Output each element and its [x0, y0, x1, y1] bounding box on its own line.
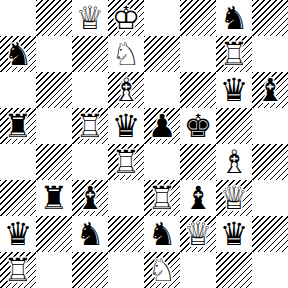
square-a4[interactable] — [0, 144, 36, 180]
square-d6[interactable]: ♝♗ — [108, 72, 144, 108]
square-b3[interactable]: ♜♜ — [36, 180, 72, 216]
square-c3[interactable]: ♝♝ — [72, 180, 108, 216]
square-f3[interactable]: ♝♝ — [180, 180, 216, 216]
square-e5[interactable]: ♟♟ — [144, 108, 180, 144]
black-pawn-icon[interactable]: ♟ — [144, 108, 180, 144]
square-h5[interactable] — [252, 108, 288, 144]
square-a1[interactable]: ♜♖ — [0, 252, 36, 288]
square-d5[interactable]: ♛♛ — [108, 108, 144, 144]
square-b4[interactable] — [36, 144, 72, 180]
square-a5[interactable]: ♜♜ — [0, 108, 36, 144]
square-f2[interactable]: ♛♕ — [180, 216, 216, 252]
square-c2[interactable]: ♞♞ — [72, 216, 108, 252]
square-e8[interactable] — [144, 0, 180, 36]
square-a2[interactable]: ♛♛ — [0, 216, 36, 252]
square-a8[interactable] — [0, 0, 36, 36]
white-rook-icon[interactable]: ♖ — [144, 180, 180, 216]
square-c7[interactable] — [72, 36, 108, 72]
black-king-icon[interactable]: ♚ — [180, 108, 216, 144]
square-e2[interactable]: ♞♞ — [144, 216, 180, 252]
square-d4[interactable]: ♜♖ — [108, 144, 144, 180]
square-b5[interactable] — [36, 108, 72, 144]
black-knight-icon[interactable]: ♞ — [216, 0, 252, 36]
black-knight-icon[interactable]: ♞ — [72, 216, 108, 252]
white-king-icon[interactable]: ♔ — [108, 0, 144, 36]
square-g5[interactable] — [216, 108, 252, 144]
square-b6[interactable] — [36, 72, 72, 108]
square-f7[interactable] — [180, 36, 216, 72]
square-g4[interactable]: ♝♗ — [216, 144, 252, 180]
square-g8[interactable]: ♞♞ — [216, 0, 252, 36]
square-c4[interactable] — [72, 144, 108, 180]
black-queen-icon[interactable]: ♛ — [216, 72, 252, 108]
white-rook-icon[interactable]: ♖ — [108, 144, 144, 180]
square-c6[interactable] — [72, 72, 108, 108]
square-e3[interactable]: ♜♖ — [144, 180, 180, 216]
square-d2[interactable] — [108, 216, 144, 252]
black-knight-icon[interactable]: ♞ — [144, 216, 180, 252]
square-g1[interactable] — [216, 252, 252, 288]
square-d7[interactable]: ♞♘ — [108, 36, 144, 72]
black-bishop-icon[interactable]: ♝ — [72, 180, 108, 216]
square-h8[interactable] — [252, 0, 288, 36]
black-knight-icon[interactable]: ♞ — [0, 36, 36, 72]
white-rook-icon[interactable]: ♖ — [72, 108, 108, 144]
square-b7[interactable] — [36, 36, 72, 72]
square-e7[interactable] — [144, 36, 180, 72]
square-c1[interactable] — [72, 252, 108, 288]
square-h7[interactable] — [252, 36, 288, 72]
square-h6[interactable]: ♝♝ — [252, 72, 288, 108]
square-f4[interactable] — [180, 144, 216, 180]
square-g2[interactable]: ♛♛ — [216, 216, 252, 252]
white-rook-icon[interactable]: ♖ — [216, 36, 252, 72]
square-c8[interactable]: ♛♕ — [72, 0, 108, 36]
black-rook-icon[interactable]: ♜ — [0, 108, 36, 144]
square-g3[interactable]: ♛♕ — [216, 180, 252, 216]
square-a7[interactable]: ♞♞ — [0, 36, 36, 72]
square-b1[interactable] — [36, 252, 72, 288]
square-b8[interactable] — [36, 0, 72, 36]
black-queen-icon[interactable]: ♛ — [0, 216, 36, 252]
black-queen-icon[interactable]: ♛ — [216, 216, 252, 252]
square-c5[interactable]: ♜♖ — [72, 108, 108, 144]
white-queen-icon[interactable]: ♕ — [180, 216, 216, 252]
white-queen-icon[interactable]: ♕ — [72, 0, 108, 36]
square-a6[interactable] — [0, 72, 36, 108]
square-h4[interactable] — [252, 144, 288, 180]
square-d1[interactable] — [108, 252, 144, 288]
white-knight-icon[interactable]: ♘ — [108, 36, 144, 72]
square-e4[interactable] — [144, 144, 180, 180]
square-b2[interactable] — [36, 216, 72, 252]
square-f8[interactable] — [180, 0, 216, 36]
square-f5[interactable]: ♚♚ — [180, 108, 216, 144]
square-h2[interactable] — [252, 216, 288, 252]
square-h3[interactable] — [252, 180, 288, 216]
black-rook-icon[interactable]: ♜ — [36, 180, 72, 216]
white-bishop-icon[interactable]: ♗ — [216, 144, 252, 180]
square-e1[interactable]: ♞♘ — [144, 252, 180, 288]
square-d3[interactable] — [108, 180, 144, 216]
square-g7[interactable]: ♜♖ — [216, 36, 252, 72]
black-queen-icon[interactable]: ♛ — [108, 108, 144, 144]
white-rook-icon[interactable]: ♖ — [0, 252, 36, 288]
square-h1[interactable] — [252, 252, 288, 288]
square-f1[interactable] — [180, 252, 216, 288]
square-a3[interactable] — [0, 180, 36, 216]
white-knight-icon[interactable]: ♘ — [144, 252, 180, 288]
square-d8[interactable]: ♚♔ — [108, 0, 144, 36]
white-queen-icon[interactable]: ♕ — [216, 180, 252, 216]
black-bishop-icon[interactable]: ♝ — [252, 72, 288, 108]
square-f6[interactable] — [180, 72, 216, 108]
white-bishop-icon[interactable]: ♗ — [108, 72, 144, 108]
square-g6[interactable]: ♛♛ — [216, 72, 252, 108]
chess-board: ♛♕♚♔♞♞♞♞♞♘♜♖♝♗♛♛♝♝♜♜♜♖♛♛♟♟♚♚♜♖♝♗♜♜♝♝♜♖♝♝… — [0, 0, 288, 288]
black-bishop-icon[interactable]: ♝ — [180, 180, 216, 216]
square-e6[interactable] — [144, 72, 180, 108]
